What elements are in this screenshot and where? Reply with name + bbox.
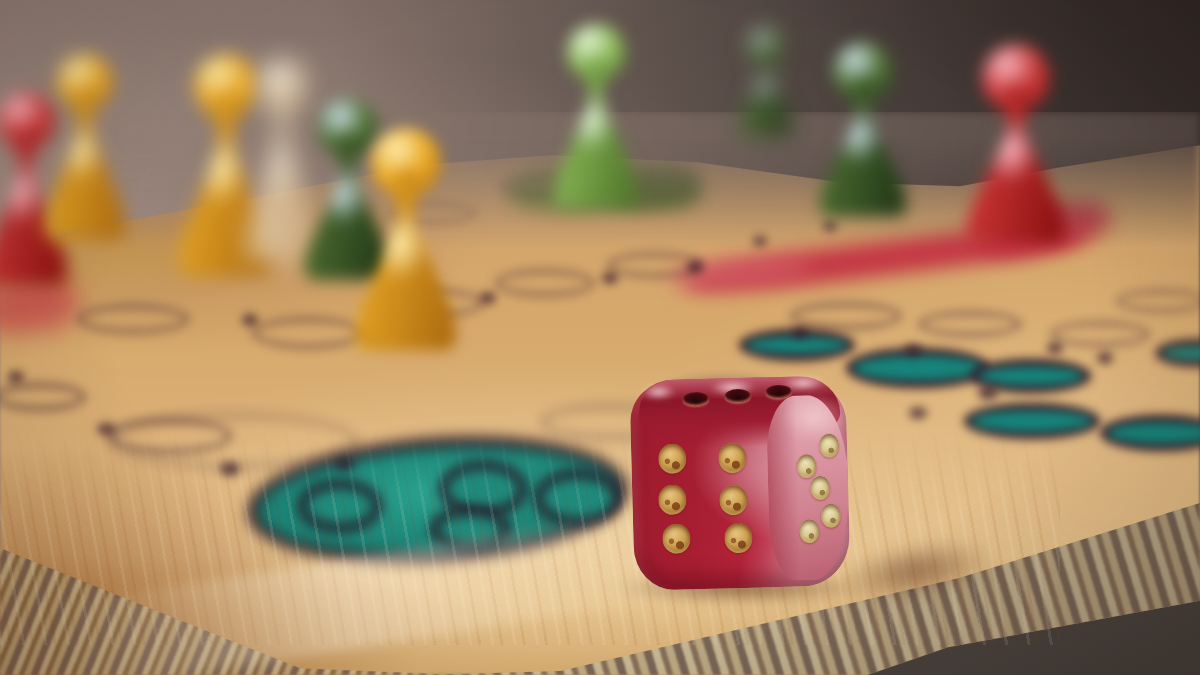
pawn-body	[44, 85, 126, 240]
pawn-body	[739, 48, 793, 136]
pawn-green-3	[739, 28, 793, 136]
pawn-body	[554, 55, 638, 208]
pawn-body	[355, 166, 457, 350]
pawn-yellow-4	[355, 128, 457, 350]
pawn-body	[966, 81, 1066, 243]
die-pip-top	[725, 388, 751, 402]
die-pip-right	[810, 476, 831, 501]
pawn-yellow-1	[44, 54, 126, 240]
pawn-green-2	[554, 24, 638, 208]
die-glare-corner	[780, 391, 851, 443]
die	[629, 375, 850, 591]
die-glare-1	[641, 385, 675, 400]
board-game-photo-scene	[0, 0, 1200, 675]
pawn-red-2	[966, 44, 1066, 243]
pawn-body	[819, 75, 907, 216]
pawn-green-4	[819, 42, 907, 216]
